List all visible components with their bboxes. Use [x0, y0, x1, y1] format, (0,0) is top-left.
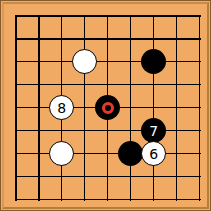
stone-white-d7[interactable]: [72, 49, 97, 74]
stone-black-e5[interactable]: [95, 95, 120, 120]
stone-white-c3[interactable]: [49, 141, 74, 166]
red-circle-marker: [102, 102, 114, 114]
go-board[interactable]: 876: [0, 0, 211, 211]
stones-layer: 876: [1, 1, 210, 210]
stone-black-f3[interactable]: [118, 141, 143, 166]
stone-black-g7[interactable]: [141, 49, 166, 74]
stone-black-g4[interactable]: 7: [141, 118, 166, 143]
stone-white-c5[interactable]: 8: [49, 95, 74, 120]
stone-white-g3[interactable]: 6: [141, 141, 166, 166]
